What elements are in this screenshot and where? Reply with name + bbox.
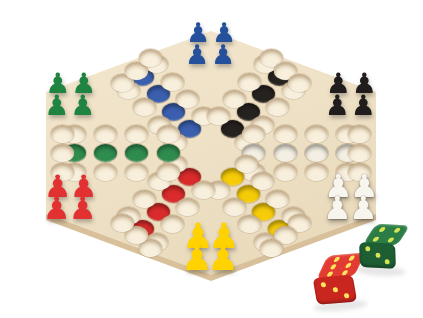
white-goal-hole: [305, 144, 328, 162]
yellow-pawn: ♟: [206, 241, 241, 276]
die-pip: [343, 293, 349, 298]
photo-scene: ♟♟♟♟♟♟♟♟♟♟♟♟♟♟♟♟♟♟♟♟♟♟♟♟: [0, 0, 423, 318]
die-pip: [393, 228, 401, 233]
die-pip: [387, 237, 395, 242]
track-hole: [111, 214, 134, 232]
green-goal-hole: [157, 144, 180, 162]
track-hole: [133, 190, 156, 208]
track-hole: [260, 239, 283, 257]
green-pawn: ♟: [43, 92, 71, 120]
die-pip: [384, 259, 389, 264]
track-hole: [51, 125, 74, 143]
die-pip: [348, 255, 355, 261]
track-hole: [223, 90, 246, 108]
die-pip: [330, 264, 337, 270]
die-pip: [320, 282, 326, 287]
white-goal-hole: [274, 144, 297, 162]
white-pawn: ♟: [347, 192, 379, 224]
die-pip: [365, 246, 370, 251]
track-hole: [157, 125, 180, 143]
die-front-face: [359, 242, 396, 269]
green-goal-hole: [94, 144, 117, 162]
black-pawn: ♟: [349, 92, 377, 120]
track-hole: [305, 125, 328, 143]
blue-pawn: ♟: [210, 41, 237, 68]
track-hole: [192, 181, 215, 199]
track-hole: [348, 144, 371, 162]
red-die: [312, 253, 363, 305]
die-front-face: [313, 275, 358, 305]
die-pip: [332, 287, 338, 292]
die-pip: [378, 227, 386, 232]
track-hole: [274, 125, 297, 143]
green-die: [359, 223, 404, 269]
track-hole: [235, 155, 258, 173]
green-pawn: ♟: [69, 92, 97, 120]
die-pip: [333, 257, 340, 263]
track-hole: [157, 163, 180, 181]
black-pawn: ♟: [323, 92, 351, 120]
track-hole: [94, 125, 117, 143]
track-hole: [133, 98, 156, 116]
track-hole: [348, 125, 371, 143]
die-pip: [375, 252, 380, 257]
blue-pawn: ♟: [184, 41, 211, 68]
track-hole: [51, 144, 74, 162]
track-hole: [274, 163, 297, 181]
track-hole: [223, 198, 246, 216]
track-hole: [238, 73, 261, 91]
die-pip: [345, 263, 352, 269]
red-pawn: ♟: [67, 193, 98, 224]
track-hole: [161, 73, 184, 91]
die-pip: [372, 237, 380, 242]
